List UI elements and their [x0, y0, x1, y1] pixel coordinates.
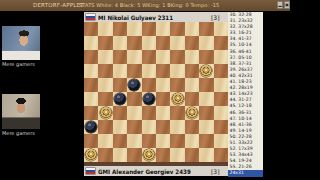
title-bar: DERTORF-APPLET STATS White: 4 Black: 5 W… [0, 0, 290, 11]
board-square[interactable] [113, 36, 127, 50]
board-square[interactable] [214, 106, 228, 120]
bottom-player-badge: [3] [211, 168, 220, 175]
black-piece[interactable] [143, 93, 155, 105]
white-piece[interactable] [143, 149, 155, 161]
board-square[interactable] [84, 50, 98, 64]
top-player-badge: [3] [211, 14, 220, 21]
board-square[interactable] [127, 92, 141, 106]
board-square[interactable] [84, 148, 98, 162]
board-square[interactable] [113, 78, 127, 92]
webcam-top-label: Mere gamers [2, 61, 35, 67]
board-square[interactable] [185, 106, 199, 120]
board-square[interactable] [185, 36, 199, 50]
board-square[interactable] [199, 78, 213, 92]
board-square[interactable] [127, 50, 141, 64]
board [84, 22, 228, 162]
board-square[interactable] [98, 134, 112, 148]
board-square[interactable] [199, 148, 213, 162]
board-square[interactable] [214, 36, 228, 50]
board-square[interactable] [156, 64, 170, 78]
white-piece[interactable] [85, 149, 97, 161]
board-square[interactable] [127, 64, 141, 78]
board-square[interactable] [185, 78, 199, 92]
board-square[interactable] [113, 120, 127, 134]
top-player-name: MI Nikolai Gulyaev 2311 [98, 14, 173, 21]
board-square[interactable] [170, 50, 184, 64]
webcam-bottom-label: Mere gamers [2, 130, 35, 136]
board-square[interactable] [113, 148, 127, 162]
board-square[interactable] [156, 36, 170, 50]
russia-flag-icon [86, 168, 95, 174]
board-square[interactable] [84, 106, 98, 120]
board-square[interactable] [170, 106, 184, 120]
board-square[interactable] [185, 148, 199, 162]
white-piece[interactable] [172, 93, 184, 105]
board-square[interactable] [156, 50, 170, 64]
board-square[interactable] [199, 106, 213, 120]
board-square[interactable] [156, 134, 170, 148]
board-square[interactable] [84, 120, 98, 134]
board-square[interactable] [84, 36, 98, 50]
applet-window: DERTORF-APPLET STATS White: 4 Black: 5 W… [0, 0, 320, 180]
board-square[interactable] [214, 134, 228, 148]
board-square[interactable] [185, 92, 199, 106]
board-square[interactable] [214, 78, 228, 92]
board-square[interactable] [170, 92, 184, 106]
board-square[interactable] [170, 78, 184, 92]
board-square[interactable] [156, 22, 170, 36]
board-square[interactable] [185, 64, 199, 78]
board-square[interactable] [185, 50, 199, 64]
board-square[interactable] [84, 134, 98, 148]
board-square[interactable] [113, 22, 127, 36]
board-square[interactable] [98, 50, 112, 64]
board-square[interactable] [199, 50, 213, 64]
board-square[interactable] [142, 22, 156, 36]
board-square[interactable] [127, 120, 141, 134]
board-square[interactable] [98, 148, 112, 162]
board-square[interactable] [170, 64, 184, 78]
black-piece[interactable] [85, 121, 97, 133]
board-square[interactable] [84, 64, 98, 78]
board-square[interactable] [98, 64, 112, 78]
board-square[interactable] [113, 64, 127, 78]
white-piece[interactable] [186, 107, 198, 119]
board-square[interactable] [127, 134, 141, 148]
board-square[interactable] [214, 120, 228, 134]
board-square[interactable] [199, 120, 213, 134]
board-square[interactable] [127, 148, 141, 162]
board-square[interactable] [113, 50, 127, 64]
board-square[interactable] [142, 36, 156, 50]
board-square[interactable] [113, 106, 127, 120]
board-square[interactable] [156, 120, 170, 134]
board-square[interactable] [84, 92, 98, 106]
board-square[interactable] [170, 134, 184, 148]
board-square[interactable] [170, 120, 184, 134]
board-square[interactable] [98, 22, 112, 36]
board-square[interactable] [170, 36, 184, 50]
bottom-player-name: GMI Alexander Georgiev 2439 [98, 168, 191, 175]
white-piece[interactable] [200, 65, 212, 77]
webcam-top-player [2, 26, 40, 60]
board-square[interactable] [142, 148, 156, 162]
top-player-bar: MI Nikolai Gulyaev 2311 [3] [84, 12, 228, 22]
minimize-button[interactable]: ▂ [277, 1, 283, 9]
board-square[interactable] [199, 92, 213, 106]
board-square[interactable] [142, 78, 156, 92]
board-square[interactable] [142, 50, 156, 64]
board-square[interactable] [98, 120, 112, 134]
black-piece[interactable] [114, 93, 126, 105]
stats-readout: STATS White: 4 Black: 5 WKing: 1 BKing: … [79, 2, 219, 8]
board-square[interactable] [142, 92, 156, 106]
board-square[interactable] [199, 36, 213, 50]
board-square[interactable] [127, 22, 141, 36]
move-list-item[interactable]: 24x31 [228, 170, 263, 176]
board-square[interactable] [156, 106, 170, 120]
board-square[interactable] [127, 36, 141, 50]
board-square[interactable] [170, 148, 184, 162]
board-square[interactable] [84, 22, 98, 36]
board-square[interactable] [98, 36, 112, 50]
board-square[interactable] [142, 120, 156, 134]
board-square[interactable] [214, 64, 228, 78]
board-square[interactable] [98, 106, 112, 120]
move-list: 30. 32-2831. 23x3232. 37x2833. 16-2134. … [228, 12, 263, 177]
window-controls: ▂ ▣ [277, 1, 290, 9]
board-square[interactable] [185, 120, 199, 134]
board-square[interactable] [142, 64, 156, 78]
board-square[interactable] [98, 78, 112, 92]
board-square[interactable] [113, 134, 127, 148]
russia-flag-icon [86, 14, 95, 20]
board-square[interactable] [214, 50, 228, 64]
board-square[interactable] [142, 134, 156, 148]
board-square[interactable] [98, 92, 112, 106]
board-square[interactable] [214, 148, 228, 162]
board-square[interactable] [156, 78, 170, 92]
app-title: DERTORF-APPLET [33, 2, 84, 8]
board-square[interactable] [199, 22, 213, 36]
board-square[interactable] [156, 92, 170, 106]
webcam-bottom-player [2, 94, 40, 129]
board-square[interactable] [84, 78, 98, 92]
board-square[interactable] [214, 22, 228, 36]
white-piece[interactable] [100, 107, 112, 119]
board-square[interactable] [170, 22, 184, 36]
board-square[interactable] [185, 134, 199, 148]
board-square[interactable] [127, 78, 141, 92]
board-square[interactable] [185, 22, 199, 36]
board-square[interactable] [142, 106, 156, 120]
board-square[interactable] [214, 92, 228, 106]
board-square[interactable] [199, 134, 213, 148]
maximize-button[interactable]: ▣ [284, 1, 290, 9]
bottom-player-bar: GMI Alexander Georgiev 2439 [3] [84, 166, 228, 176]
board-square[interactable] [199, 64, 213, 78]
black-piece[interactable] [128, 79, 140, 91]
board-square[interactable] [156, 148, 170, 162]
board-square[interactable] [113, 92, 127, 106]
board-square[interactable] [127, 106, 141, 120]
